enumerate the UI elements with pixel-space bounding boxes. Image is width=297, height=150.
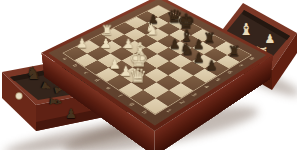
captured-black-pawn-standing: ♟ [65, 107, 77, 120]
square-h6[interactable]: ♟ [205, 61, 229, 75]
piece-black-pawn[interactable]: ♟ [193, 51, 205, 64]
piece-white-pawn[interactable]: ♟ [100, 37, 112, 50]
piece-black-pawn[interactable]: ♟ [205, 58, 217, 71]
captured-white-pawn-standing: ♟ [265, 33, 276, 45]
chess-set-photo: ♞♟♟♝♟♝♟♜ ♛♚♜♜♟♝♟♞♟♞♟♟♜♟♝♟♚♟♟♟♛ abcdefgh … [0, 0, 297, 150]
captured-black-knight-standing: ♞ [25, 65, 40, 82]
piece-black-rook[interactable]: ♜ [203, 31, 215, 45]
captured-black-bishop-lying: ♝ [47, 94, 64, 109]
piece-white-knight[interactable]: ♞ [145, 22, 159, 37]
piece-white-queen[interactable]: ♛ [129, 66, 147, 86]
piece-black-rook[interactable]: ♜ [227, 44, 240, 58]
piece-white-pawn[interactable]: ♟ [76, 37, 88, 50]
captured-white-bishop-standing: ♝ [239, 22, 253, 38]
left-drawer-knob[interactable] [16, 93, 23, 100]
